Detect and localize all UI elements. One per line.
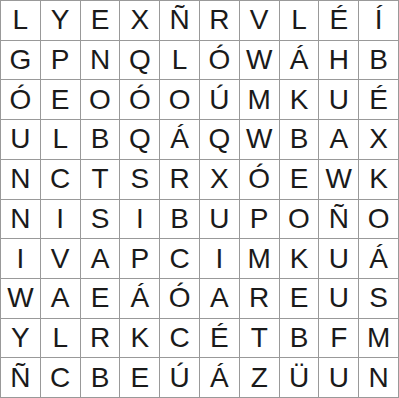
grid-cell[interactable]: K [280, 80, 319, 119]
grid-cell[interactable]: Ó [1, 80, 40, 119]
grid-cell[interactable]: Q [120, 41, 159, 80]
grid-cell[interactable]: Ñ [319, 200, 358, 239]
grid-cell[interactable]: X [200, 160, 239, 199]
grid-cell[interactable]: A [200, 279, 239, 318]
grid-cell[interactable]: W [1, 279, 40, 318]
grid-cell[interactable]: E [81, 279, 120, 318]
grid-cell[interactable]: L [280, 1, 319, 40]
grid-cell[interactable]: V [41, 239, 80, 278]
grid-cell[interactable]: Á [200, 358, 239, 397]
grid-cell[interactable]: R [160, 160, 199, 199]
grid-cell[interactable]: K [359, 160, 398, 199]
grid-cell[interactable]: W [240, 41, 279, 80]
grid-cell[interactable]: C [160, 239, 199, 278]
grid-cell[interactable]: A [319, 120, 358, 159]
grid-cell[interactable]: U [1, 120, 40, 159]
grid-cell[interactable]: P [41, 41, 80, 80]
grid-cell[interactable]: H [319, 41, 358, 80]
grid-cell[interactable]: R [81, 319, 120, 358]
grid-cell[interactable]: Ü [280, 358, 319, 397]
grid-cell[interactable]: E [280, 160, 319, 199]
grid-cell[interactable]: W [240, 120, 279, 159]
grid-cell[interactable]: C [41, 160, 80, 199]
grid-cell[interactable]: X [120, 1, 159, 40]
grid-cell[interactable]: Ú [200, 80, 239, 119]
grid-cell[interactable]: A [41, 279, 80, 318]
grid-cell[interactable]: Z [240, 358, 279, 397]
word-search-grid: LYEXÑRVLÉÍGPNQLÓWÁHBÓEOÓOÚMKUÉULBQÁQWBAX… [0, 0, 399, 398]
grid-cell[interactable]: B [280, 120, 319, 159]
grid-cell[interactable]: Y [1, 319, 40, 358]
grid-cell[interactable]: Ñ [160, 1, 199, 40]
grid-cell[interactable]: S [81, 200, 120, 239]
grid-cell[interactable]: L [160, 41, 199, 80]
grid-cell[interactable]: O [359, 200, 398, 239]
grid-cell[interactable]: R [200, 1, 239, 40]
grid-cell[interactable]: T [240, 319, 279, 358]
grid-cell[interactable]: C [41, 358, 80, 397]
grid-cell[interactable]: Y [41, 1, 80, 40]
grid-cell[interactable]: W [319, 160, 358, 199]
grid-cell[interactable]: B [81, 120, 120, 159]
grid-cell[interactable]: O [160, 80, 199, 119]
grid-cell[interactable]: M [359, 319, 398, 358]
grid-cell[interactable]: U [319, 239, 358, 278]
grid-cell[interactable]: E [41, 80, 80, 119]
grid-cell[interactable]: C [160, 319, 199, 358]
grid-cell[interactable]: Q [200, 120, 239, 159]
grid-cell[interactable]: B [160, 200, 199, 239]
grid-cell[interactable]: Á [359, 239, 398, 278]
grid-cell[interactable]: I [120, 200, 159, 239]
grid-cell[interactable]: S [359, 279, 398, 318]
grid-cell[interactable]: N [1, 160, 40, 199]
grid-cell[interactable]: B [280, 319, 319, 358]
grid-cell[interactable]: M [240, 239, 279, 278]
grid-cell[interactable]: Á [160, 120, 199, 159]
grid-cell[interactable]: I [200, 239, 239, 278]
grid-cell[interactable]: L [41, 319, 80, 358]
grid-cell[interactable]: Ú [160, 358, 199, 397]
grid-cell[interactable]: Q [120, 120, 159, 159]
grid-cell[interactable]: Á [120, 279, 159, 318]
grid-cell[interactable]: K [120, 319, 159, 358]
grid-cell[interactable]: É [359, 80, 398, 119]
grid-cell[interactable]: N [359, 358, 398, 397]
grid-cell[interactable]: U [319, 279, 358, 318]
grid-cell[interactable]: G [1, 41, 40, 80]
grid-cell[interactable]: U [319, 80, 358, 119]
grid-cell[interactable]: V [240, 1, 279, 40]
grid-cell[interactable]: A [81, 239, 120, 278]
grid-cell[interactable]: R [240, 279, 279, 318]
grid-cell[interactable]: I [41, 200, 80, 239]
grid-cell[interactable]: S [120, 160, 159, 199]
grid-cell[interactable]: E [280, 279, 319, 318]
grid-cell[interactable]: I [1, 239, 40, 278]
grid-cell[interactable]: F [319, 319, 358, 358]
grid-cell[interactable]: M [240, 80, 279, 119]
grid-cell[interactable]: P [120, 239, 159, 278]
grid-cell[interactable]: B [359, 41, 398, 80]
grid-cell[interactable]: U [319, 358, 358, 397]
grid-cell[interactable]: Ó [160, 279, 199, 318]
grid-cell[interactable]: É [200, 319, 239, 358]
grid-cell[interactable]: N [1, 200, 40, 239]
grid-cell[interactable]: O [280, 200, 319, 239]
grid-cell[interactable]: Ó [240, 160, 279, 199]
grid-cell[interactable]: L [1, 1, 40, 40]
grid-cell[interactable]: Ó [120, 80, 159, 119]
grid-cell[interactable]: N [81, 41, 120, 80]
grid-cell[interactable]: L [41, 120, 80, 159]
grid-cell[interactable]: E [81, 1, 120, 40]
grid-cell[interactable]: T [81, 160, 120, 199]
grid-cell[interactable]: B [81, 358, 120, 397]
grid-cell[interactable]: P [240, 200, 279, 239]
grid-cell[interactable]: Ñ [1, 358, 40, 397]
grid-cell[interactable]: O [81, 80, 120, 119]
grid-cell[interactable]: Í [359, 1, 398, 40]
grid-cell[interactable]: E [120, 358, 159, 397]
grid-cell[interactable]: É [319, 1, 358, 40]
grid-cell[interactable]: Ó [200, 41, 239, 80]
grid-cell[interactable]: K [280, 239, 319, 278]
grid-cell[interactable]: U [200, 200, 239, 239]
grid-cell[interactable]: X [359, 120, 398, 159]
grid-cell[interactable]: Á [280, 41, 319, 80]
